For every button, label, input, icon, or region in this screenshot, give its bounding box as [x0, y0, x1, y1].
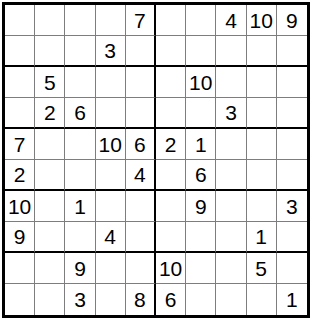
cell-r1c9[interactable]: 10	[247, 5, 277, 36]
cell-r4c9[interactable]	[247, 98, 277, 129]
cell-r9c8[interactable]	[216, 253, 246, 284]
cell-r2c6[interactable]	[156, 36, 186, 67]
cell-r8c8[interactable]	[216, 222, 246, 253]
cell-r7c8[interactable]	[216, 191, 246, 222]
cell-r4c4[interactable]	[96, 98, 126, 129]
cell-r9c3[interactable]: 9	[65, 253, 95, 284]
cell-r6c10[interactable]	[277, 160, 307, 191]
cell-r2c5[interactable]	[126, 36, 156, 67]
cell-r8c5[interactable]	[126, 222, 156, 253]
cell-r3c1[interactable]	[5, 67, 35, 98]
cell-r2c3[interactable]	[65, 36, 95, 67]
cell-r6c4[interactable]	[96, 160, 126, 191]
cell-r5c1[interactable]: 7	[5, 129, 35, 160]
cell-r8c7[interactable]	[186, 222, 216, 253]
cell-r3c10[interactable]	[277, 67, 307, 98]
cell-r4c3[interactable]: 6	[65, 98, 95, 129]
cell-r2c4[interactable]: 3	[96, 36, 126, 67]
cell-r6c7[interactable]: 6	[186, 160, 216, 191]
cell-r7c7[interactable]: 9	[186, 191, 216, 222]
cell-r8c10[interactable]	[277, 222, 307, 253]
cell-r1c10[interactable]: 9	[277, 5, 307, 36]
cell-r8c9[interactable]: 1	[247, 222, 277, 253]
cell-r4c7[interactable]	[186, 98, 216, 129]
cell-r5c6[interactable]: 2	[156, 129, 186, 160]
cell-r7c9[interactable]	[247, 191, 277, 222]
cell-r5c2[interactable]	[35, 129, 65, 160]
cell-r10c9[interactable]	[247, 284, 277, 315]
cell-r1c1[interactable]	[5, 5, 35, 36]
cell-r3c3[interactable]	[65, 67, 95, 98]
cell-r10c3[interactable]: 3	[65, 284, 95, 315]
cell-r5c7[interactable]: 1	[186, 129, 216, 160]
cell-r9c2[interactable]	[35, 253, 65, 284]
sudoku-board: 7410935102637106212461019394191053861	[2, 2, 310, 318]
cell-r2c8[interactable]	[216, 36, 246, 67]
cell-r5c4[interactable]: 10	[96, 129, 126, 160]
cell-r6c2[interactable]	[35, 160, 65, 191]
cell-r9c1[interactable]	[5, 253, 35, 284]
cell-r2c7[interactable]	[186, 36, 216, 67]
cell-r6c8[interactable]	[216, 160, 246, 191]
cell-r9c6[interactable]: 10	[156, 253, 186, 284]
cell-r2c9[interactable]	[247, 36, 277, 67]
cell-r7c5[interactable]	[126, 191, 156, 222]
cell-r8c2[interactable]	[35, 222, 65, 253]
cell-r5c5[interactable]: 6	[126, 129, 156, 160]
cell-r3c4[interactable]	[96, 67, 126, 98]
cell-r1c8[interactable]: 4	[216, 5, 246, 36]
cell-r9c4[interactable]	[96, 253, 126, 284]
cell-r8c6[interactable]	[156, 222, 186, 253]
cell-r2c10[interactable]	[277, 36, 307, 67]
cell-r4c6[interactable]	[156, 98, 186, 129]
cell-r1c3[interactable]	[65, 5, 95, 36]
cell-r9c10[interactable]	[277, 253, 307, 284]
cell-r8c4[interactable]: 4	[96, 222, 126, 253]
cell-r5c8[interactable]	[216, 129, 246, 160]
cell-r7c3[interactable]: 1	[65, 191, 95, 222]
cell-r3c8[interactable]	[216, 67, 246, 98]
cell-r2c1[interactable]	[5, 36, 35, 67]
cell-r10c2[interactable]	[35, 284, 65, 315]
cell-r5c9[interactable]	[247, 129, 277, 160]
cell-r10c6[interactable]: 6	[156, 284, 186, 315]
cell-r3c9[interactable]	[247, 67, 277, 98]
cell-r10c7[interactable]	[186, 284, 216, 315]
cell-r8c3[interactable]	[65, 222, 95, 253]
cell-r4c5[interactable]	[126, 98, 156, 129]
cell-r1c7[interactable]	[186, 5, 216, 36]
cell-r6c6[interactable]	[156, 160, 186, 191]
cell-r4c2[interactable]: 2	[35, 98, 65, 129]
cell-r7c10[interactable]: 3	[277, 191, 307, 222]
cell-r10c10[interactable]: 1	[277, 284, 307, 315]
cell-r1c5[interactable]: 7	[126, 5, 156, 36]
cell-r7c6[interactable]	[156, 191, 186, 222]
cell-r7c4[interactable]	[96, 191, 126, 222]
cell-r3c2[interactable]: 5	[35, 67, 65, 98]
cell-r7c2[interactable]	[35, 191, 65, 222]
cell-r4c10[interactable]	[277, 98, 307, 129]
cell-r3c7[interactable]: 10	[186, 67, 216, 98]
cell-r10c5[interactable]: 8	[126, 284, 156, 315]
cell-r6c3[interactable]	[65, 160, 95, 191]
cell-r6c9[interactable]	[247, 160, 277, 191]
cell-r3c5[interactable]	[126, 67, 156, 98]
cell-r9c5[interactable]	[126, 253, 156, 284]
cell-r4c1[interactable]	[5, 98, 35, 129]
cell-r5c3[interactable]	[65, 129, 95, 160]
cell-r5c10[interactable]	[277, 129, 307, 160]
cell-r1c2[interactable]	[35, 5, 65, 36]
cell-r2c2[interactable]	[35, 36, 65, 67]
cell-r10c1[interactable]	[5, 284, 35, 315]
cell-r1c4[interactable]	[96, 5, 126, 36]
cell-r4c8[interactable]: 3	[216, 98, 246, 129]
cell-r9c7[interactable]	[186, 253, 216, 284]
cell-r8c1[interactable]: 9	[5, 222, 35, 253]
cell-r6c1[interactable]: 2	[5, 160, 35, 191]
cell-r3c6[interactable]	[156, 67, 186, 98]
cell-r10c4[interactable]	[96, 284, 126, 315]
cell-r6c5[interactable]: 4	[126, 160, 156, 191]
cell-r9c9[interactable]: 5	[247, 253, 277, 284]
cell-r1c6[interactable]	[156, 5, 186, 36]
cell-r7c1[interactable]: 10	[5, 191, 35, 222]
cell-r10c8[interactable]	[216, 284, 246, 315]
